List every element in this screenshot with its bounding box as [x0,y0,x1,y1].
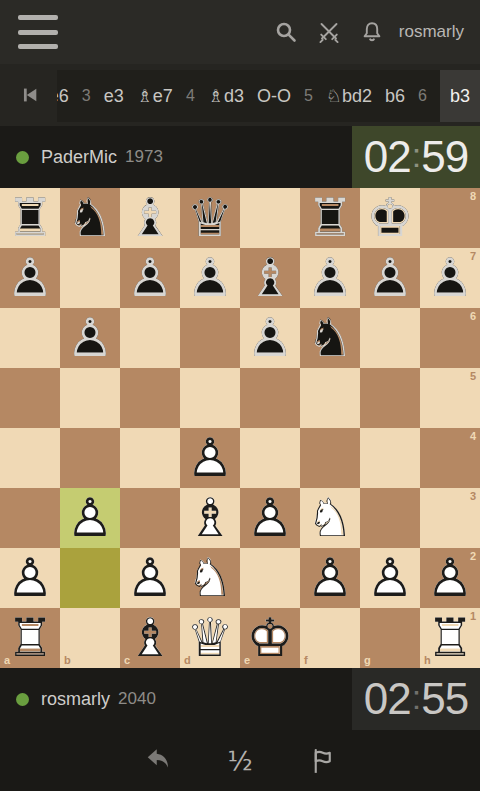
rank-label: 3 [470,491,476,502]
square-b8[interactable]: ♞♘ [60,188,120,248]
square-e4[interactable] [240,428,300,488]
move-number: 5 [304,87,313,105]
square-h4[interactable]: 4 [420,428,480,488]
square-h2[interactable]: ♟♙2 [420,548,480,608]
square-e6[interactable]: ♟♙ [240,308,300,368]
square-g8[interactable]: ♚♔ [360,188,420,248]
move[interactable]: ♗d3 [208,85,244,107]
top-app-bar: rosmarly [0,0,480,64]
move[interactable]: e3 [104,86,124,107]
move-number: 3 [82,87,91,105]
square-f5[interactable] [300,368,360,428]
square-e8[interactable] [240,188,300,248]
piece-black-pawn[interactable]: ♟♙ [180,248,240,308]
piece-black-rook[interactable]: ♜♖ [300,188,360,248]
piece-black-bishop[interactable]: ♝♗ [120,188,180,248]
square-c8[interactable]: ♝♗ [120,188,180,248]
move[interactable]: e6 [57,86,69,107]
player-bar: rosmarly 2040 02:55 [0,668,480,730]
square-c2[interactable]: ♟♙ [120,548,180,608]
chess-game-screen: rosmarly 62♘f3e63e3♗e74♗d3O-O5♘bd2b66b3 … [0,0,480,791]
square-a7[interactable]: ♟♙ [0,248,60,308]
rank-label: 2 [470,551,476,562]
move[interactable]: b6 [385,86,405,107]
username-label[interactable]: rosmarly [399,22,464,42]
square-f6[interactable]: ♞♘ [300,308,360,368]
square-g3[interactable] [360,488,420,548]
square-d4[interactable]: ♟♙ [180,428,240,488]
square-a2[interactable]: ♟♙ [0,548,60,608]
bell-icon[interactable] [359,19,385,45]
square-b1[interactable]: b [60,608,120,668]
piece-white-pawn[interactable]: ♟♙ [180,428,240,488]
piece-white-knight[interactable]: ♞♘ [300,488,360,548]
file-label: g [364,655,371,666]
square-f7[interactable]: ♟♙ [300,248,360,308]
piece-white-bishop[interactable]: ♝♗ [180,488,240,548]
online-dot [16,693,29,706]
move-number: 4 [186,87,195,105]
rank-label: 6 [470,311,476,322]
move[interactable]: ♘bd2 [326,85,372,107]
square-f3[interactable]: ♞♘ [300,488,360,548]
square-d5[interactable] [180,368,240,428]
square-c5[interactable] [120,368,180,428]
move[interactable]: ♗e7 [137,85,173,107]
piece-black-pawn[interactable]: ♟♙ [120,248,180,308]
game-action-bar: ½ [0,730,480,791]
square-f1[interactable]: f [300,608,360,668]
chess-board: ♜♖♞♘♝♗♛♕♜♖♚♔8♟♙♟♙♟♙♝♗♟♙♟♙♟♙7♟♙♟♙♞♘65♟♙4♟… [0,188,480,668]
square-f4[interactable] [300,428,360,488]
square-c1[interactable]: ♝♗c [120,608,180,668]
square-g6[interactable] [360,308,420,368]
move[interactable]: O-O [257,86,291,107]
square-d8[interactable]: ♛♕ [180,188,240,248]
file-label: f [304,655,308,666]
file-label: a [4,655,10,666]
move-number: 6 [418,87,427,105]
square-g7[interactable]: ♟♙ [360,248,420,308]
file-label: e [244,655,250,666]
square-b6[interactable]: ♟♙ [60,308,120,368]
file-label: h [424,655,431,666]
file-label: c [124,655,130,666]
opponent-info[interactable]: PaderMic 1973 [0,147,352,168]
player-rating: 2040 [118,689,156,709]
rank-label: 8 [470,191,476,202]
square-a3[interactable] [0,488,60,548]
square-h6[interactable]: 6 [420,308,480,368]
piece-black-queen[interactable]: ♛♕ [180,188,240,248]
square-h7[interactable]: ♟♙7 [420,248,480,308]
piece-black-rook[interactable]: ♜♖ [0,188,60,248]
square-d6[interactable] [180,308,240,368]
move-list-bar: 62♘f3e63e3♗e74♗d3O-O5♘bd2b66b3 [0,64,480,126]
skip-to-start-icon[interactable] [0,64,57,126]
square-d2[interactable]: ♞♘ [180,548,240,608]
file-label: d [184,655,191,666]
square-a8[interactable]: ♜♖ [0,188,60,248]
crossed-swords-icon[interactable] [316,19,342,45]
piece-white-pawn[interactable]: ♟♙ [360,548,420,608]
square-f2[interactable]: ♟♙ [300,548,360,608]
opponent-rating: 1973 [125,147,163,167]
square-e2[interactable] [240,548,300,608]
piece-black-pawn[interactable]: ♟♙ [360,248,420,308]
rank-label: 4 [470,431,476,442]
file-label: b [64,655,71,666]
square-a1[interactable]: ♜♖a [0,608,60,668]
square-h5[interactable]: 5 [420,368,480,428]
player-info[interactable]: rosmarly 2040 [0,689,352,710]
menu-icon[interactable] [18,15,58,49]
square-e5[interactable] [240,368,300,428]
square-b7[interactable] [60,248,120,308]
square-g1[interactable]: g [360,608,420,668]
resign-flag-button[interactable] [301,740,343,782]
piece-black-knight[interactable]: ♞♘ [300,308,360,368]
piece-white-pawn[interactable]: ♟♙ [300,548,360,608]
piece-black-king[interactable]: ♚♔ [360,188,420,248]
square-h8[interactable]: 8 [420,188,480,248]
half-point-label: ½ [227,746,252,776]
current-move[interactable]: b3 [440,70,480,122]
rank-label: 1 [470,611,476,622]
square-c3[interactable] [120,488,180,548]
square-h3[interactable]: 3 [420,488,480,548]
takeback-button[interactable] [137,740,179,782]
square-c7[interactable]: ♟♙ [120,248,180,308]
square-h1[interactable]: ♜♖1h [420,608,480,668]
piece-black-pawn[interactable]: ♟♙ [60,308,120,368]
square-a5[interactable] [0,368,60,428]
square-d7[interactable]: ♟♙ [180,248,240,308]
opponent-name: PaderMic [41,147,117,168]
move-list: 62♘f3e63e3♗e74♗d3O-O5♘bd2b66b3 [57,70,480,122]
square-e1[interactable]: ♚♔e [240,608,300,668]
piece-black-bishop[interactable]: ♝♗ [240,248,300,308]
square-g4[interactable] [360,428,420,488]
piece-black-pawn[interactable]: ♟♙ [300,248,360,308]
square-e7[interactable]: ♝♗ [240,248,300,308]
piece-white-pawn[interactable]: ♟♙ [120,548,180,608]
piece-white-pawn[interactable]: ♟♙ [240,488,300,548]
square-b2[interactable] [60,548,120,608]
square-g5[interactable] [360,368,420,428]
square-e3[interactable]: ♟♙ [240,488,300,548]
search-icon[interactable] [273,19,299,45]
player-clock: 02:55 [352,668,480,730]
draw-offer-button[interactable]: ½ [219,740,261,782]
square-f8[interactable]: ♜♖ [300,188,360,248]
square-c4[interactable] [120,428,180,488]
square-b4[interactable] [60,428,120,488]
rank-label: 5 [470,371,476,382]
rank-label: 7 [470,251,476,262]
player-name: rosmarly [41,689,110,710]
square-d3[interactable]: ♝♗ [180,488,240,548]
piece-black-pawn[interactable]: ♟♙ [0,248,60,308]
online-dot [16,151,29,164]
piece-black-knight[interactable]: ♞♘ [60,188,120,248]
piece-white-pawn[interactable]: ♟♙ [60,488,120,548]
piece-white-pawn[interactable]: ♟♙ [0,548,60,608]
opponent-clock: 02:59 [352,126,480,188]
piece-white-knight[interactable]: ♞♘ [180,548,240,608]
square-c6[interactable] [120,308,180,368]
square-d1[interactable]: ♛♕d [180,608,240,668]
square-b5[interactable] [60,368,120,428]
square-a6[interactable] [0,308,60,368]
square-g2[interactable]: ♟♙ [360,548,420,608]
square-b3[interactable]: ♟♙ [60,488,120,548]
piece-black-pawn[interactable]: ♟♙ [240,308,300,368]
square-a4[interactable] [0,428,60,488]
opponent-bar: PaderMic 1973 02:59 [0,126,480,188]
